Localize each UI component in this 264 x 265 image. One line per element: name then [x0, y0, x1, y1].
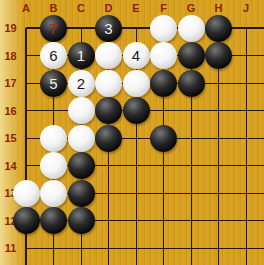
column-label-e: E	[128, 2, 144, 14]
row-label-14: 14	[0, 160, 21, 172]
stone-c16[interactable]	[68, 97, 95, 124]
move-number: 3	[104, 21, 112, 36]
move-number: 2	[77, 76, 85, 91]
row-label-17: 17	[0, 77, 21, 89]
grid-line-vertical	[246, 28, 247, 265]
stone-c14[interactable]	[68, 152, 95, 179]
grid-line-horizontal	[26, 248, 264, 249]
stone-a13[interactable]	[13, 180, 40, 207]
stone-c13[interactable]	[68, 180, 95, 207]
stone-b12[interactable]	[40, 207, 67, 234]
move-number: 4	[132, 48, 140, 63]
stone-f18[interactable]	[150, 42, 177, 69]
stone-d16[interactable]	[95, 97, 122, 124]
stone-f17[interactable]	[150, 70, 177, 97]
row-label-11: 11	[0, 242, 21, 254]
stone-e17[interactable]	[123, 70, 150, 97]
stone-c18[interactable]: 1	[68, 42, 95, 69]
stone-d15[interactable]	[95, 125, 122, 152]
stone-d18[interactable]	[95, 42, 122, 69]
column-label-a: A	[18, 2, 34, 14]
stone-c17[interactable]: 2	[68, 70, 95, 97]
stone-b15[interactable]	[40, 125, 67, 152]
stone-c12[interactable]	[68, 207, 95, 234]
stone-g19[interactable]	[178, 15, 205, 42]
stone-f15[interactable]	[150, 125, 177, 152]
move-number: 6	[49, 48, 57, 63]
column-label-j: J	[238, 2, 254, 14]
column-label-h: H	[211, 2, 227, 14]
stone-g18[interactable]	[178, 42, 205, 69]
move-number: 1	[77, 48, 85, 63]
stone-b14[interactable]	[40, 152, 67, 179]
stone-d19[interactable]: 3	[95, 15, 122, 42]
move-number: 5	[49, 76, 57, 91]
row-label-18: 18	[0, 50, 21, 62]
stone-c15[interactable]	[68, 125, 95, 152]
stone-h19[interactable]	[205, 15, 232, 42]
row-label-19: 19	[0, 22, 21, 34]
stone-b17[interactable]: 5	[40, 70, 67, 97]
stone-f19[interactable]	[150, 15, 177, 42]
stone-a12[interactable]	[13, 207, 40, 234]
stone-b13[interactable]	[40, 180, 67, 207]
stone-b19[interactable]: 7	[40, 15, 67, 42]
column-label-d: D	[101, 2, 117, 14]
stone-h18[interactable]	[205, 42, 232, 69]
board-surface[interactable]: ABCDEFGHJ1918171615141312117361452	[0, 0, 264, 265]
stone-e18[interactable]: 4	[123, 42, 150, 69]
stone-d17[interactable]	[95, 70, 122, 97]
row-label-16: 16	[0, 105, 21, 117]
move-number: 7	[49, 21, 57, 36]
stone-g17[interactable]	[178, 70, 205, 97]
go-board[interactable]: ABCDEFGHJ1918171615141312117361452	[0, 0, 264, 265]
row-label-15: 15	[0, 132, 21, 144]
column-label-b: B	[46, 2, 62, 14]
stone-b18[interactable]: 6	[40, 42, 67, 69]
column-label-g: G	[183, 2, 199, 14]
column-label-c: C	[73, 2, 89, 14]
stone-e16[interactable]	[123, 97, 150, 124]
column-label-f: F	[156, 2, 172, 14]
